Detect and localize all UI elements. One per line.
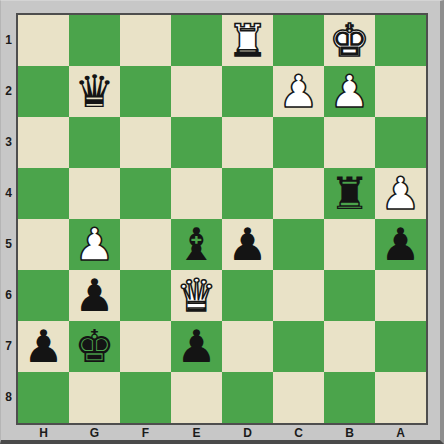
square-d8[interactable] — [222, 372, 273, 423]
square-g4[interactable] — [69, 168, 120, 219]
square-h3[interactable] — [18, 117, 69, 168]
square-f1[interactable] — [120, 15, 171, 66]
square-b2[interactable]: ♟ — [324, 66, 375, 117]
file-label-g: G — [69, 425, 120, 441]
square-g3[interactable] — [69, 117, 120, 168]
piece-black-queen-g2[interactable]: ♛ — [69, 66, 120, 117]
square-h8[interactable] — [18, 372, 69, 423]
rank-label-7: 7 — [1, 321, 16, 372]
square-e7[interactable]: ♟ — [171, 321, 222, 372]
square-a1[interactable] — [375, 15, 426, 66]
square-b1[interactable]: ♚ — [324, 15, 375, 66]
piece-white-pawn-b2[interactable]: ♟ — [324, 66, 375, 117]
square-g6[interactable]: ♟ — [69, 270, 120, 321]
square-h6[interactable] — [18, 270, 69, 321]
square-h5[interactable] — [18, 219, 69, 270]
square-c5[interactable] — [273, 219, 324, 270]
square-c8[interactable] — [273, 372, 324, 423]
square-a7[interactable] — [375, 321, 426, 372]
square-d1[interactable]: ♜ — [222, 15, 273, 66]
square-g5[interactable]: ♟ — [69, 219, 120, 270]
square-b5[interactable] — [324, 219, 375, 270]
square-h4[interactable] — [18, 168, 69, 219]
square-a2[interactable] — [375, 66, 426, 117]
square-e4[interactable] — [171, 168, 222, 219]
square-b6[interactable] — [324, 270, 375, 321]
rank-label-8: 8 — [1, 372, 16, 423]
square-e6[interactable]: ♛ — [171, 270, 222, 321]
square-c3[interactable] — [273, 117, 324, 168]
square-a5[interactable]: ♟ — [375, 219, 426, 270]
square-f7[interactable] — [120, 321, 171, 372]
file-label-b: B — [324, 425, 375, 441]
square-b8[interactable] — [324, 372, 375, 423]
rank-label-2: 2 — [1, 66, 16, 117]
piece-black-pawn-h7[interactable]: ♟ — [18, 321, 69, 372]
square-g7[interactable]: ♚ — [69, 321, 120, 372]
square-d6[interactable] — [222, 270, 273, 321]
square-b7[interactable] — [324, 321, 375, 372]
square-e5[interactable]: ♝ — [171, 219, 222, 270]
rank-label-6: 6 — [1, 270, 16, 321]
piece-white-rook-d1[interactable]: ♜ — [222, 15, 273, 66]
rank-label-3: 3 — [1, 117, 16, 168]
square-e3[interactable] — [171, 117, 222, 168]
piece-black-pawn-a5[interactable]: ♟ — [375, 219, 426, 270]
square-c4[interactable] — [273, 168, 324, 219]
file-label-c: C — [273, 425, 324, 441]
board: ♜♚♛♟♟♜♟♟♝♟♟♟♛♟♚♟ — [16, 13, 428, 425]
piece-black-rook-b4[interactable]: ♜ — [324, 168, 375, 219]
square-a6[interactable] — [375, 270, 426, 321]
square-f6[interactable] — [120, 270, 171, 321]
square-a3[interactable] — [375, 117, 426, 168]
file-label-a: A — [375, 425, 426, 441]
square-b3[interactable] — [324, 117, 375, 168]
square-c6[interactable] — [273, 270, 324, 321]
square-a8[interactable] — [375, 372, 426, 423]
piece-white-pawn-a4[interactable]: ♟ — [375, 168, 426, 219]
square-a4[interactable]: ♟ — [375, 168, 426, 219]
square-d5[interactable]: ♟ — [222, 219, 273, 270]
piece-black-pawn-e7[interactable]: ♟ — [171, 321, 222, 372]
square-h2[interactable] — [18, 66, 69, 117]
square-f2[interactable] — [120, 66, 171, 117]
piece-black-king-g7[interactable]: ♚ — [69, 321, 120, 372]
rank-label-1: 1 — [1, 15, 16, 66]
square-d3[interactable] — [222, 117, 273, 168]
square-g8[interactable] — [69, 372, 120, 423]
square-g2[interactable]: ♛ — [69, 66, 120, 117]
piece-black-pawn-g6[interactable]: ♟ — [69, 270, 120, 321]
piece-black-pawn-d5[interactable]: ♟ — [222, 219, 273, 270]
file-label-h: H — [18, 425, 69, 441]
square-d4[interactable] — [222, 168, 273, 219]
square-e1[interactable] — [171, 15, 222, 66]
square-f8[interactable] — [120, 372, 171, 423]
chess-diagram: ♜♚♛♟♟♜♟♟♝♟♟♟♛♟♚♟ 12345678 HGFEDCBA — [0, 0, 444, 444]
file-label-d: D — [222, 425, 273, 441]
square-g1[interactable] — [69, 15, 120, 66]
square-b4[interactable]: ♜ — [324, 168, 375, 219]
square-e8[interactable] — [171, 372, 222, 423]
square-f5[interactable] — [120, 219, 171, 270]
square-c1[interactable] — [273, 15, 324, 66]
square-h7[interactable]: ♟ — [18, 321, 69, 372]
file-label-e: E — [171, 425, 222, 441]
square-h1[interactable] — [18, 15, 69, 66]
rank-label-4: 4 — [1, 168, 16, 219]
square-d2[interactable] — [222, 66, 273, 117]
file-label-f: F — [120, 425, 171, 441]
piece-white-pawn-g5[interactable]: ♟ — [69, 219, 120, 270]
square-e2[interactable] — [171, 66, 222, 117]
square-c7[interactable] — [273, 321, 324, 372]
piece-white-pawn-c2[interactable]: ♟ — [273, 66, 324, 117]
square-f3[interactable] — [120, 117, 171, 168]
rank-label-5: 5 — [1, 219, 16, 270]
piece-white-king-b1[interactable]: ♚ — [324, 15, 375, 66]
piece-black-bishop-e5[interactable]: ♝ — [171, 219, 222, 270]
square-c2[interactable]: ♟ — [273, 66, 324, 117]
square-d7[interactable] — [222, 321, 273, 372]
square-f4[interactable] — [120, 168, 171, 219]
piece-white-queen-e6[interactable]: ♛ — [171, 270, 222, 321]
